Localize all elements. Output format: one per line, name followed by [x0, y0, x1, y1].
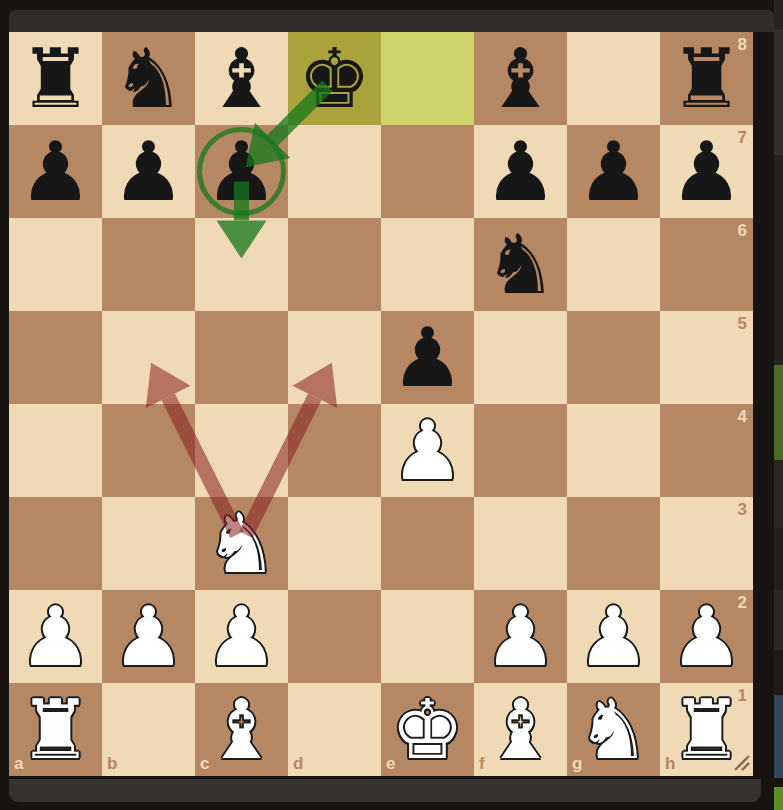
right-edge-block-9	[774, 778, 783, 787]
piece-black-knight-f6[interactable]: ♞	[484, 224, 558, 306]
piece-white-pawn-c2[interactable]: ♟	[205, 596, 279, 678]
square-f5[interactable]	[474, 311, 567, 404]
square-b7[interactable]: ♟	[102, 125, 195, 218]
square-f8[interactable]: ♝	[474, 32, 567, 125]
square-c5[interactable]	[195, 311, 288, 404]
square-a1[interactable]: ♜	[9, 683, 102, 776]
square-c7[interactable]: ♟	[195, 125, 288, 218]
square-h8[interactable]: ♜	[660, 32, 753, 125]
square-d3[interactable]	[288, 497, 381, 590]
square-c2[interactable]: ♟	[195, 590, 288, 683]
square-g6[interactable]	[567, 218, 660, 311]
board[interactable]: ♜♞♝♚♝♜♟♟♟♟♟♟♞♟♟♞♟♟♟♟♟♟♜♝♚♝♞♜	[9, 32, 753, 776]
piece-white-bishop-c1[interactable]: ♝	[205, 689, 279, 771]
square-b4[interactable]	[102, 404, 195, 497]
right-edge-panel	[774, 0, 783, 810]
square-d8[interactable]: ♚	[288, 32, 381, 125]
square-f3[interactable]	[474, 497, 567, 590]
square-a2[interactable]: ♟	[9, 590, 102, 683]
square-a8[interactable]: ♜	[9, 32, 102, 125]
right-edge-block-7	[774, 650, 783, 695]
piece-white-knight-g1[interactable]: ♞	[577, 689, 651, 771]
right-edge-block-2	[774, 155, 783, 365]
square-e2[interactable]	[381, 590, 474, 683]
square-b3[interactable]	[102, 497, 195, 590]
square-g1[interactable]: ♞	[567, 683, 660, 776]
square-c1[interactable]: ♝	[195, 683, 288, 776]
right-edge-block-6	[774, 590, 783, 650]
piece-black-pawn-h7[interactable]: ♟	[670, 131, 744, 213]
right-edge-block-4	[774, 460, 783, 528]
square-c8[interactable]: ♝	[195, 32, 288, 125]
square-h2[interactable]: ♟	[660, 590, 753, 683]
square-e6[interactable]	[381, 218, 474, 311]
square-d6[interactable]	[288, 218, 381, 311]
square-h6[interactable]	[660, 218, 753, 311]
square-h5[interactable]	[660, 311, 753, 404]
piece-white-pawn-a2[interactable]: ♟	[19, 596, 93, 678]
piece-black-pawn-c7[interactable]: ♟	[205, 131, 279, 213]
square-b5[interactable]	[102, 311, 195, 404]
square-h4[interactable]	[660, 404, 753, 497]
square-f1[interactable]: ♝	[474, 683, 567, 776]
square-e1[interactable]: ♚	[381, 683, 474, 776]
piece-black-pawn-f7[interactable]: ♟	[484, 131, 558, 213]
square-b6[interactable]	[102, 218, 195, 311]
square-g3[interactable]	[567, 497, 660, 590]
square-a7[interactable]: ♟	[9, 125, 102, 218]
square-b2[interactable]: ♟	[102, 590, 195, 683]
board-resize-handle[interactable]	[731, 752, 753, 774]
piece-white-pawn-b2[interactable]: ♟	[112, 596, 186, 678]
square-g2[interactable]: ♟	[567, 590, 660, 683]
piece-black-pawn-a7[interactable]: ♟	[19, 131, 93, 213]
square-f4[interactable]	[474, 404, 567, 497]
piece-black-pawn-b7[interactable]: ♟	[112, 131, 186, 213]
top-bar	[9, 10, 774, 32]
bottom-bar	[9, 779, 761, 802]
piece-black-rook-a8[interactable]: ♜	[19, 38, 93, 120]
screen: ♜♞♝♚♝♜♟♟♟♟♟♟♞♟♟♞♟♟♟♟♟♟♜♝♚♝♞♜ abcdefgh123…	[0, 0, 783, 810]
square-c6[interactable]	[195, 218, 288, 311]
square-g4[interactable]	[567, 404, 660, 497]
square-d5[interactable]	[288, 311, 381, 404]
piece-white-knight-c3[interactable]: ♞	[205, 503, 279, 585]
square-d7[interactable]	[288, 125, 381, 218]
piece-white-king-e1[interactable]: ♚	[391, 689, 465, 771]
right-edge-block-10	[774, 787, 783, 810]
square-a3[interactable]	[9, 497, 102, 590]
right-edge-block-1	[774, 30, 783, 155]
right-edge-block-8	[774, 695, 783, 778]
square-e4[interactable]: ♟	[381, 404, 474, 497]
square-g5[interactable]	[567, 311, 660, 404]
piece-black-bishop-f8[interactable]: ♝	[484, 38, 558, 120]
piece-white-pawn-f2[interactable]: ♟	[484, 596, 558, 678]
square-c3[interactable]: ♞	[195, 497, 288, 590]
square-g7[interactable]: ♟	[567, 125, 660, 218]
piece-black-king-d8[interactable]: ♚	[298, 38, 372, 120]
piece-white-pawn-e4[interactable]: ♟	[391, 410, 465, 492]
square-f7[interactable]: ♟	[474, 125, 567, 218]
piece-white-bishop-f1[interactable]: ♝	[484, 689, 558, 771]
piece-white-rook-a1[interactable]: ♜	[19, 689, 93, 771]
square-a5[interactable]	[9, 311, 102, 404]
square-h7[interactable]: ♟	[660, 125, 753, 218]
square-e7[interactable]	[381, 125, 474, 218]
square-h3[interactable]	[660, 497, 753, 590]
square-a6[interactable]	[9, 218, 102, 311]
piece-black-pawn-e5[interactable]: ♟	[391, 317, 465, 399]
square-d2[interactable]	[288, 590, 381, 683]
square-f2[interactable]: ♟	[474, 590, 567, 683]
square-e5[interactable]: ♟	[381, 311, 474, 404]
right-edge-block-0	[774, 0, 783, 30]
square-b8[interactable]: ♞	[102, 32, 195, 125]
square-e3[interactable]	[381, 497, 474, 590]
square-b1[interactable]	[102, 683, 195, 776]
square-e8[interactable]	[381, 32, 474, 125]
piece-black-rook-h8[interactable]: ♜	[670, 38, 744, 120]
piece-black-pawn-g7[interactable]: ♟	[577, 131, 651, 213]
piece-black-knight-b8[interactable]: ♞	[112, 38, 186, 120]
square-f6[interactable]: ♞	[474, 218, 567, 311]
square-d4[interactable]	[288, 404, 381, 497]
square-c4[interactable]	[195, 404, 288, 497]
right-edge-block-3	[774, 365, 783, 460]
right-edge-block-5	[774, 528, 783, 590]
square-d1[interactable]	[288, 683, 381, 776]
piece-white-pawn-g2[interactable]: ♟	[577, 596, 651, 678]
piece-white-pawn-h2[interactable]: ♟	[670, 596, 744, 678]
piece-black-bishop-c8[interactable]: ♝	[205, 38, 279, 120]
board-container: ♜♞♝♚♝♜♟♟♟♟♟♟♞♟♟♞♟♟♟♟♟♟♜♝♚♝♞♜ abcdefgh123…	[9, 32, 753, 776]
square-g8[interactable]	[567, 32, 660, 125]
square-a4[interactable]	[9, 404, 102, 497]
